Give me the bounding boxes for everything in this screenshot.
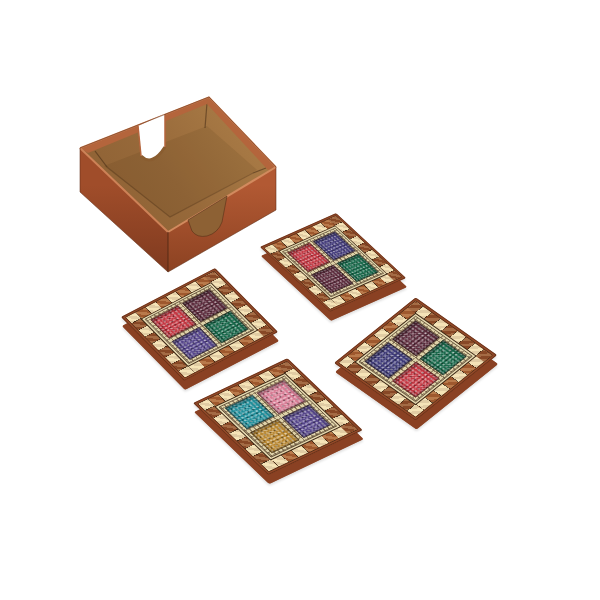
- coaster-holder-box: [0, 0, 600, 600]
- product-photo-scene: [0, 0, 600, 600]
